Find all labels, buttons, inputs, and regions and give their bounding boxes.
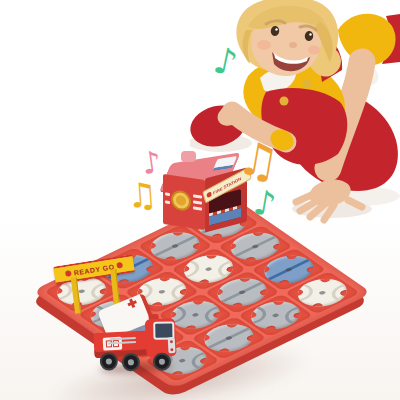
gate-post — [71, 277, 81, 313]
child-cheek — [257, 40, 271, 50]
fire-station[interactable]: FIRE STATION — [161, 147, 247, 233]
child-cheek — [308, 46, 320, 55]
truck-ladder — [110, 337, 136, 340]
truck-grille — [168, 337, 176, 353]
ready-go-sign: READY GO — [53, 254, 135, 284]
ready-go-label: READY GO — [73, 263, 115, 276]
truck-cab — [145, 318, 177, 358]
music-note-yellow-right: ♫ — [234, 134, 283, 186]
bib-button — [303, 80, 312, 89]
scene: READY GO — [0, 0, 400, 400]
fire-truck[interactable] — [93, 315, 180, 373]
child-nose — [289, 42, 297, 48]
music-note-yellow-left: ♫ — [126, 177, 159, 213]
bib-button — [280, 97, 289, 106]
station-roof-sticker — [212, 156, 237, 171]
station-chimney — [181, 151, 196, 162]
station-badge-icon — [171, 189, 191, 212]
station-front — [163, 174, 205, 230]
